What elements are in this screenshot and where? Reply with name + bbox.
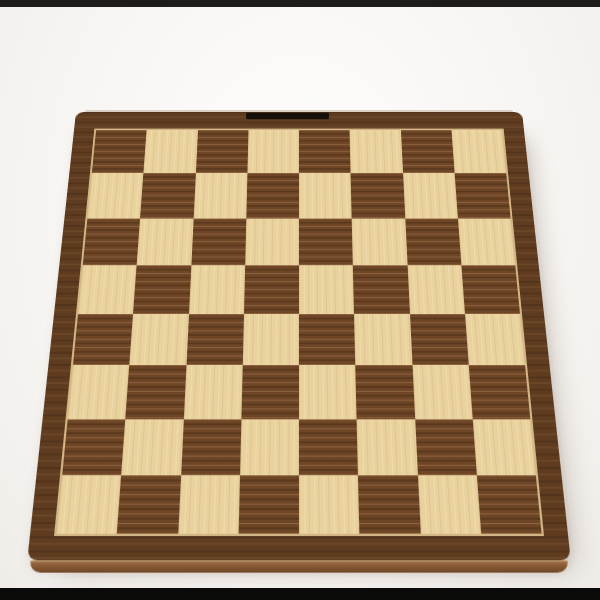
square-b5[interactable] (133, 265, 191, 314)
board-grid (54, 129, 544, 536)
square-g7[interactable] (403, 173, 458, 218)
square-d6[interactable] (245, 218, 299, 265)
square-a6[interactable] (83, 218, 141, 265)
square-a3[interactable] (68, 365, 130, 419)
product-photo (0, 0, 600, 600)
square-d3[interactable] (241, 365, 299, 419)
letterbox-bottom-bar (0, 588, 600, 600)
square-g5[interactable] (407, 265, 465, 314)
square-c6[interactable] (191, 218, 246, 265)
square-h2[interactable] (472, 419, 535, 475)
square-a1[interactable] (56, 475, 121, 534)
square-b3[interactable] (126, 365, 186, 419)
square-a5[interactable] (78, 265, 137, 314)
square-d4[interactable] (242, 314, 299, 365)
square-h1[interactable] (477, 475, 542, 534)
square-h3[interactable] (469, 365, 531, 419)
square-g3[interactable] (412, 365, 472, 419)
square-c3[interactable] (183, 365, 242, 419)
square-g1[interactable] (417, 475, 481, 534)
square-h4[interactable] (465, 314, 525, 365)
square-g8[interactable] (400, 130, 454, 173)
hinge-slot (246, 113, 329, 120)
square-b8[interactable] (144, 130, 198, 173)
square-f2[interactable] (357, 419, 418, 475)
square-c7[interactable] (193, 173, 247, 218)
square-c2[interactable] (181, 419, 242, 475)
board-back-edge-highlight (85, 110, 513, 112)
square-e8[interactable] (299, 130, 351, 173)
square-h7[interactable] (454, 173, 510, 218)
square-f8[interactable] (350, 130, 403, 173)
square-f6[interactable] (352, 218, 407, 265)
square-c4[interactable] (186, 314, 244, 365)
square-f1[interactable] (358, 475, 420, 534)
square-e3[interactable] (299, 365, 357, 419)
square-a8[interactable] (92, 130, 147, 173)
square-d8[interactable] (247, 130, 299, 173)
square-b7[interactable] (140, 173, 195, 218)
square-d2[interactable] (240, 419, 299, 475)
square-e1[interactable] (299, 475, 360, 534)
square-a4[interactable] (73, 314, 133, 365)
letterbox-top-bar (0, 0, 600, 7)
square-d1[interactable] (238, 475, 299, 534)
square-f3[interactable] (356, 365, 415, 419)
square-a7[interactable] (87, 173, 143, 218)
square-b1[interactable] (117, 475, 181, 534)
board-front-edge (29, 560, 569, 572)
square-c5[interactable] (189, 265, 245, 314)
square-f4[interactable] (354, 314, 412, 365)
chess-board (27, 112, 571, 560)
square-c1[interactable] (178, 475, 240, 534)
square-b6[interactable] (137, 218, 193, 265)
square-e5[interactable] (299, 265, 354, 314)
square-b4[interactable] (129, 314, 188, 365)
square-f5[interactable] (353, 265, 409, 314)
square-a2[interactable] (62, 419, 125, 475)
square-d5[interactable] (244, 265, 299, 314)
square-e4[interactable] (299, 314, 356, 365)
square-e2[interactable] (299, 419, 358, 475)
square-f7[interactable] (351, 173, 405, 218)
square-e6[interactable] (299, 218, 353, 265)
square-e7[interactable] (299, 173, 352, 218)
square-g4[interactable] (410, 314, 469, 365)
square-h6[interactable] (458, 218, 516, 265)
square-c8[interactable] (195, 130, 248, 173)
square-d7[interactable] (246, 173, 299, 218)
square-g2[interactable] (415, 419, 477, 475)
square-b2[interactable] (121, 419, 183, 475)
square-g6[interactable] (405, 218, 461, 265)
square-h5[interactable] (461, 265, 520, 314)
square-h8[interactable] (451, 130, 506, 173)
